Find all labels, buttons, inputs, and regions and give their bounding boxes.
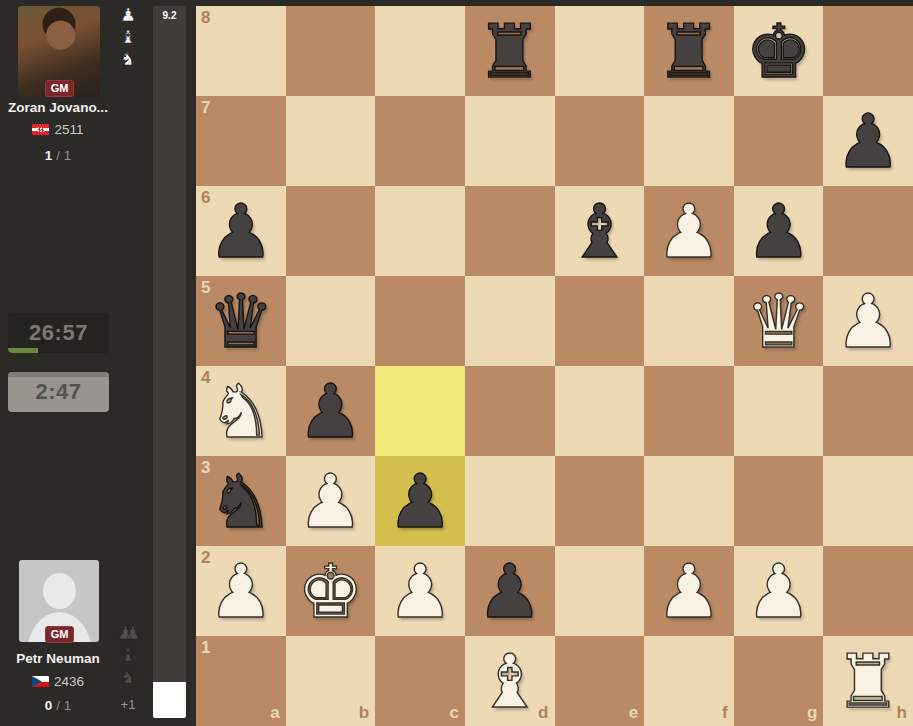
square-h1[interactable]: h♜ bbox=[823, 636, 913, 726]
bottom-player-score: 0 / 1 bbox=[0, 698, 116, 713]
square-a4[interactable]: 4♞ bbox=[196, 366, 286, 456]
square-a6[interactable]: 6♟ bbox=[196, 186, 286, 276]
bottom-player-title-badge: GM bbox=[45, 626, 74, 643]
square-a7[interactable]: 7 bbox=[196, 96, 286, 186]
evaluation-bar: 9.2 bbox=[153, 6, 186, 718]
top-player-score: 1 / 1 bbox=[0, 148, 116, 163]
square-b3[interactable]: ♟ bbox=[286, 456, 376, 546]
square-d6[interactable] bbox=[465, 186, 555, 276]
square-e3[interactable] bbox=[555, 456, 645, 546]
white-bishop-d1: ♝ bbox=[477, 636, 543, 726]
square-e4[interactable] bbox=[555, 366, 645, 456]
square-f1[interactable]: f bbox=[644, 636, 734, 726]
file-label-c: c bbox=[449, 703, 458, 723]
top-player-title-badge: GM bbox=[45, 80, 74, 97]
black-rook-d8: ♜ bbox=[477, 6, 543, 96]
file-label-h: h bbox=[897, 703, 907, 723]
white-queen-g5: ♛ bbox=[745, 276, 811, 366]
white-pawn-b3: ♟ bbox=[297, 456, 363, 546]
square-a1[interactable]: 1a bbox=[196, 636, 286, 726]
rank-label-7: 7 bbox=[201, 98, 210, 118]
chess-board: 8♜♜♚7♟6♟♝♟♟5♛♛♟4♞♟3♞♟♟2♟♚♟♟♟♟1abcd♝efgh♜ bbox=[196, 6, 913, 726]
square-d5[interactable] bbox=[465, 276, 555, 366]
white-pawn-h5: ♟ bbox=[835, 276, 901, 366]
bottom-player-name[interactable]: Petr Neuman bbox=[0, 651, 116, 666]
black-pawn-g6: ♟ bbox=[745, 186, 811, 276]
square-a5[interactable]: 5♛ bbox=[196, 276, 286, 366]
bottom-player-clock: 2:47 bbox=[8, 372, 109, 412]
square-g1[interactable]: g bbox=[734, 636, 824, 726]
square-g4[interactable] bbox=[734, 366, 824, 456]
white-pawn-g2: ♟ bbox=[745, 546, 811, 636]
square-g8[interactable]: ♚ bbox=[734, 6, 824, 96]
top-clock-progress-bar bbox=[8, 348, 38, 353]
square-b2[interactable]: ♚ bbox=[286, 546, 376, 636]
rank-label-2: 2 bbox=[201, 548, 210, 568]
square-d8[interactable]: ♜ bbox=[465, 6, 555, 96]
bottom-player-rating: 2436 bbox=[54, 674, 84, 689]
square-h5[interactable]: ♟ bbox=[823, 276, 913, 366]
square-f3[interactable] bbox=[644, 456, 734, 546]
white-pawn-f2: ♟ bbox=[656, 546, 722, 636]
square-f7[interactable] bbox=[644, 96, 734, 186]
black-pawn-h7: ♟ bbox=[835, 96, 901, 186]
square-b5[interactable] bbox=[286, 276, 376, 366]
bottom-player-time: 2:47 bbox=[8, 372, 109, 412]
rank-label-1: 1 bbox=[201, 638, 210, 658]
bottom-clock-progress-bar bbox=[8, 372, 109, 377]
top-player-clock: 26:57 bbox=[8, 313, 109, 353]
square-d1[interactable]: d♝ bbox=[465, 636, 555, 726]
rank-label-5: 5 bbox=[201, 278, 210, 298]
black-rook-f8: ♜ bbox=[656, 6, 722, 96]
square-a8[interactable]: 8 bbox=[196, 6, 286, 96]
top-player-time: 26:57 bbox=[8, 313, 109, 353]
square-g2[interactable]: ♟ bbox=[734, 546, 824, 636]
black-bishop-e6: ♝ bbox=[566, 186, 632, 276]
white-king-b2: ♚ bbox=[297, 546, 363, 636]
square-e8[interactable] bbox=[555, 6, 645, 96]
square-f2[interactable]: ♟ bbox=[644, 546, 734, 636]
live-chess-viewer: GM Zoran Jovano... 2511 1 / 1 ♟♝♞ 26:57 … bbox=[0, 0, 913, 726]
square-d3[interactable] bbox=[465, 456, 555, 546]
white-rook-h1: ♜ bbox=[835, 636, 901, 726]
square-e2[interactable] bbox=[555, 546, 645, 636]
square-e5[interactable] bbox=[555, 276, 645, 366]
black-pawn-b4: ♟ bbox=[297, 366, 363, 456]
evaluation-score: 9.2 bbox=[153, 10, 186, 21]
square-c1[interactable]: c bbox=[375, 636, 465, 726]
captured-white-pawn-icon: ♟ bbox=[110, 4, 146, 26]
square-g7[interactable] bbox=[734, 96, 824, 186]
square-c5[interactable] bbox=[375, 276, 465, 366]
white-pawn-f6: ♟ bbox=[656, 186, 722, 276]
black-knight-a3: ♞ bbox=[208, 456, 274, 546]
square-g5[interactable]: ♛ bbox=[734, 276, 824, 366]
file-label-e: e bbox=[629, 703, 638, 723]
square-c2[interactable]: ♟ bbox=[375, 546, 465, 636]
top-player-captured-tray: ♟♝♞ bbox=[110, 4, 146, 70]
square-c3[interactable]: ♟ bbox=[375, 456, 465, 546]
square-b6[interactable] bbox=[286, 186, 376, 276]
square-b8[interactable] bbox=[286, 6, 376, 96]
square-f8[interactable]: ♜ bbox=[644, 6, 734, 96]
square-c6[interactable] bbox=[375, 186, 465, 276]
square-d2[interactable]: ♟ bbox=[465, 546, 555, 636]
rank-label-4: 4 bbox=[201, 368, 210, 388]
square-e7[interactable] bbox=[555, 96, 645, 186]
square-h6[interactable] bbox=[823, 186, 913, 276]
captured-white-bishop-icon: ♝ bbox=[110, 26, 146, 48]
czech-republic-flag-icon bbox=[32, 676, 49, 687]
white-knight-a4: ♞ bbox=[208, 366, 274, 456]
captured-black-pawns-icon: ♟♟ bbox=[110, 622, 146, 644]
evaluation-bar-white-section bbox=[153, 682, 186, 718]
square-c8[interactable] bbox=[375, 6, 465, 96]
file-label-g: g bbox=[807, 703, 817, 723]
square-c7[interactable] bbox=[375, 96, 465, 186]
file-label-a: a bbox=[270, 703, 279, 723]
avatar-silhouette-icon bbox=[43, 573, 76, 609]
square-f5[interactable] bbox=[644, 276, 734, 366]
rank-label-8: 8 bbox=[201, 8, 210, 28]
square-a3[interactable]: 3♞ bbox=[196, 456, 286, 546]
square-h8[interactable] bbox=[823, 6, 913, 96]
square-b4[interactable]: ♟ bbox=[286, 366, 376, 456]
black-queen-a5: ♛ bbox=[208, 276, 274, 366]
black-pawn-d2: ♟ bbox=[477, 546, 543, 636]
square-h2[interactable] bbox=[823, 546, 913, 636]
square-b7[interactable] bbox=[286, 96, 376, 186]
square-f4[interactable] bbox=[644, 366, 734, 456]
black-pawn-a6: ♟ bbox=[208, 186, 274, 276]
square-g6[interactable]: ♟ bbox=[734, 186, 824, 276]
black-pawn-c3: ♟ bbox=[387, 456, 453, 546]
white-pawn-c2: ♟ bbox=[387, 546, 453, 636]
rank-label-6: 6 bbox=[201, 188, 210, 208]
rank-label-3: 3 bbox=[201, 458, 210, 478]
croatia-flag-icon bbox=[32, 124, 49, 135]
file-label-f: f bbox=[722, 703, 728, 723]
square-g3[interactable] bbox=[734, 456, 824, 546]
file-label-b: b bbox=[359, 703, 369, 723]
square-f6[interactable]: ♟ bbox=[644, 186, 734, 276]
captured-black-bishop-icon: ♝ bbox=[110, 644, 146, 666]
square-e1[interactable]: e bbox=[555, 636, 645, 726]
square-b1[interactable]: b bbox=[286, 636, 376, 726]
square-d4[interactable] bbox=[465, 366, 555, 456]
square-h4[interactable] bbox=[823, 366, 913, 456]
top-player-rating: 2511 bbox=[54, 122, 83, 137]
square-c4[interactable] bbox=[375, 366, 465, 456]
square-a2[interactable]: 2♟ bbox=[196, 546, 286, 636]
square-h7[interactable]: ♟ bbox=[823, 96, 913, 186]
white-pawn-a2: ♟ bbox=[208, 546, 274, 636]
bottom-player-captured-tray: ♟♟♝♞ bbox=[110, 622, 146, 688]
square-e6[interactable]: ♝ bbox=[555, 186, 645, 276]
top-player-name[interactable]: Zoran Jovano... bbox=[0, 100, 116, 115]
square-h3[interactable] bbox=[823, 456, 913, 546]
captured-white-knight-icon: ♞ bbox=[110, 48, 146, 70]
material-advantage: +1 bbox=[110, 697, 146, 712]
black-king-g8: ♚ bbox=[745, 6, 811, 96]
file-label-d: d bbox=[538, 703, 548, 723]
square-d7[interactable] bbox=[465, 96, 555, 186]
captured-black-knight-icon: ♞ bbox=[110, 666, 146, 688]
